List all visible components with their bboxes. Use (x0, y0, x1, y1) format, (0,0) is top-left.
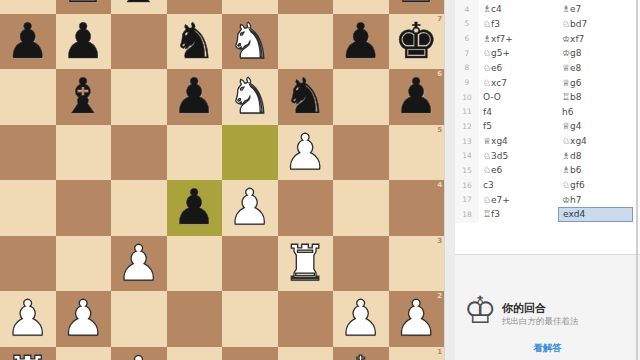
square-f8[interactable] (278, 0, 334, 14)
square-f7[interactable] (278, 14, 334, 70)
square-g1[interactable]: ♚ (333, 347, 389, 360)
black-rook-h8[interactable]: ♜ (389, 0, 445, 14)
square-b1[interactable] (56, 347, 112, 360)
square-c5[interactable] (111, 125, 167, 181)
square-g5[interactable] (333, 125, 389, 181)
square-g3[interactable] (333, 236, 389, 292)
white-knight-e6[interactable]: ♞ (222, 69, 278, 125)
square-g8[interactable] (333, 0, 389, 14)
move-row: 17♘e7+♔h7 (455, 192, 633, 207)
rank-label: 5 (437, 126, 442, 134)
square-h8[interactable]: 8♜ (389, 0, 445, 14)
square-e5[interactable] (222, 125, 278, 181)
square-c8[interactable]: ♝ (111, 0, 167, 14)
move-row: 15♘e6♗b6 (455, 163, 633, 178)
move-white[interactable]: ♘g5+ (479, 48, 558, 58)
move-white[interactable]: ♖f3 (479, 209, 558, 219)
move-row: 16c3♘gf6 (455, 178, 633, 193)
move-row: 18♖f3exd4 (455, 207, 633, 222)
move-row: 12f5♕g4 (455, 119, 633, 134)
square-d3[interactable] (167, 236, 223, 292)
white-king-icon: ♔ (460, 291, 500, 331)
square-d6[interactable]: ♟ (167, 69, 223, 125)
move-number: 15 (455, 166, 479, 175)
move-row: 7♘g5+♔g8 (455, 46, 633, 61)
white-pawn-a2[interactable]: ♟ (0, 291, 56, 347)
square-h4[interactable]: 4 (389, 180, 445, 236)
rank-label: 4 (437, 181, 442, 189)
move-black[interactable]: ♕e8 (558, 61, 633, 76)
turn-panel: ♔ 你的回合 找出白方的最佳着法 看解答 (455, 255, 640, 360)
black-knight-f6[interactable]: ♞ (278, 69, 334, 125)
square-h1[interactable]: 1 (389, 347, 445, 360)
move-number: 7 (455, 49, 479, 58)
move-number: 10 (455, 93, 479, 102)
move-number: 9 (455, 78, 479, 87)
square-g4[interactable] (333, 180, 389, 236)
square-e4[interactable]: ♟ (222, 180, 278, 236)
square-d5[interactable] (167, 125, 223, 181)
move-white[interactable]: O-O (479, 92, 558, 102)
move-black[interactable]: ♗e7 (558, 2, 633, 17)
square-h7[interactable]: 7♚ (389, 14, 445, 70)
board-clip: ♜♝8♜♟♟♞♞♟7♚♝♟♞♞6♟♟5♟♟4♟♜3♟♟♟2♟♜♝♚1 (0, 0, 444, 360)
square-h6[interactable]: 6♟ (389, 69, 445, 125)
square-b2[interactable]: ♟ (56, 291, 112, 347)
square-b3[interactable] (56, 236, 112, 292)
black-bishop-c8[interactable]: ♝ (111, 0, 167, 14)
black-bishop-b6[interactable]: ♝ (56, 69, 112, 125)
square-a7[interactable]: ♟ (0, 14, 56, 70)
white-rook-f3[interactable]: ♜ (278, 236, 334, 292)
move-white[interactable]: ♘e6 (479, 63, 558, 73)
move-white[interactable]: f5 (479, 121, 558, 131)
board-panel-gutter (444, 0, 455, 360)
white-pawn-g2[interactable]: ♟ (333, 291, 389, 347)
move-number: 14 (455, 151, 479, 160)
white-pawn-e4[interactable]: ♟ (222, 180, 278, 236)
move-number: 5 (455, 19, 479, 28)
black-pawn-b7[interactable]: ♟ (56, 14, 112, 70)
square-b5[interactable] (56, 125, 112, 181)
move-black[interactable]: ♕g6 (558, 75, 633, 90)
square-f2[interactable] (278, 291, 334, 347)
scrollbar-track[interactable] (636, 0, 638, 360)
square-d4[interactable]: ♟ (167, 180, 223, 236)
move-white[interactable]: ♘e6 (479, 165, 558, 175)
move-white[interactable]: ♘e7+ (479, 195, 558, 205)
square-f6[interactable]: ♞ (278, 69, 334, 125)
move-white[interactable]: ♗c4 (479, 4, 558, 14)
square-e8[interactable] (222, 0, 278, 14)
white-bishop-c1[interactable]: ♝ (111, 347, 167, 360)
square-f4[interactable] (278, 180, 334, 236)
move-white[interactable]: ♘xc7 (479, 78, 558, 88)
black-pawn-a7[interactable]: ♟ (0, 14, 56, 70)
square-d2[interactable] (167, 291, 223, 347)
square-a2[interactable]: ♟ (0, 291, 56, 347)
move-number: 12 (455, 122, 479, 131)
move-number: 18 (455, 210, 479, 219)
square-a1[interactable]: ♜ (0, 347, 56, 360)
turn-subtitle: 找出白方的最佳着法 (502, 316, 579, 328)
move-row: 8♘e6♕e8 (455, 61, 633, 76)
square-e7[interactable]: ♞ (222, 14, 278, 70)
move-white[interactable]: c3 (479, 180, 558, 190)
move-row: 5♘f3♘bd7 (455, 17, 633, 32)
black-knight-d7[interactable]: ♞ (167, 14, 223, 70)
move-row: 4♗c4♗e7 (455, 2, 633, 17)
white-pawn-h2[interactable]: ♟ (389, 291, 445, 347)
white-pawn-f5[interactable]: ♟ (278, 125, 334, 181)
rank-label: 1 (437, 348, 442, 356)
square-h5[interactable]: 5 (389, 125, 445, 181)
move-number: 17 (455, 195, 479, 204)
square-f3[interactable]: ♜ (278, 236, 334, 292)
move-black[interactable]: ♔xf7 (558, 31, 633, 46)
black-rook-b8[interactable]: ♜ (56, 0, 112, 14)
square-c7[interactable] (111, 14, 167, 70)
black-pawn-d4[interactable]: ♟ (167, 180, 223, 236)
square-e3[interactable] (222, 236, 278, 292)
square-c1[interactable]: ♝ (111, 347, 167, 360)
black-pawn-h6[interactable]: ♟ (389, 69, 445, 125)
move-list[interactable]: 4♗c4♗e75♘f3♘bd76♗xf7+♔xf77♘g5+♔g88♘e6♕e8… (455, 2, 633, 222)
square-h2[interactable]: 2♟ (389, 291, 445, 347)
square-g7[interactable]: ♟ (333, 14, 389, 70)
white-rook-a1[interactable]: ♜ (0, 347, 56, 360)
move-number: 4 (455, 5, 479, 14)
black-king-h7[interactable]: ♚ (389, 14, 445, 70)
square-b8[interactable]: ♜ (56, 0, 112, 14)
white-pawn-c3[interactable]: ♟ (111, 236, 167, 292)
move-black[interactable]: ♕g4 (558, 119, 633, 134)
move-row: 10O-O♖b8 (455, 90, 633, 105)
square-a4[interactable] (0, 180, 56, 236)
white-knight-e7[interactable]: ♞ (222, 14, 278, 70)
move-black[interactable]: ♖b8 (558, 90, 633, 105)
move-row: 13♕xg4♘xg4 (455, 134, 633, 149)
square-g2[interactable]: ♟ (333, 291, 389, 347)
move-white[interactable]: ♘f3 (479, 19, 558, 29)
square-c2[interactable] (111, 291, 167, 347)
move-black[interactable]: ♗b6 (558, 163, 633, 178)
square-b4[interactable] (56, 180, 112, 236)
square-d1[interactable] (167, 347, 223, 360)
square-e1[interactable] (222, 347, 278, 360)
move-row: 14♘3d5♗d8 (455, 148, 633, 163)
move-white[interactable]: f4 (479, 107, 558, 117)
square-c4[interactable] (111, 180, 167, 236)
square-d8[interactable] (167, 0, 223, 14)
square-c3[interactable]: ♟ (111, 236, 167, 292)
square-c6[interactable] (111, 69, 167, 125)
move-number: 16 (455, 181, 479, 190)
view-solution-link[interactable]: 看解答 (455, 342, 640, 355)
square-a5[interactable] (0, 125, 56, 181)
move-row: 6♗xf7+♔xf7 (455, 31, 633, 46)
square-f5[interactable]: ♟ (278, 125, 334, 181)
square-a3[interactable] (0, 236, 56, 292)
move-black[interactable]: ♔g8 (558, 46, 633, 61)
white-pawn-b2[interactable]: ♟ (56, 291, 112, 347)
move-black[interactable]: ♘gf6 (558, 178, 633, 193)
move-number: 13 (455, 137, 479, 146)
move-black[interactable]: ♔h7 (558, 192, 633, 207)
square-a8[interactable] (0, 0, 56, 14)
move-black[interactable]: ♘bd7 (558, 17, 633, 32)
square-f1[interactable] (278, 347, 334, 360)
square-h3[interactable]: 3 (389, 236, 445, 292)
white-king-g1[interactable]: ♚ (333, 347, 389, 360)
move-white[interactable]: ♘3d5 (479, 151, 558, 161)
black-pawn-d6[interactable]: ♟ (167, 69, 223, 125)
black-pawn-g7[interactable]: ♟ (333, 14, 389, 70)
square-g6[interactable] (333, 69, 389, 125)
move-black[interactable]: ♗d8 (558, 148, 633, 163)
move-black-active[interactable]: exd4 (558, 207, 633, 222)
square-e6[interactable]: ♞ (222, 69, 278, 125)
move-number: 11 (455, 107, 479, 116)
move-black[interactable]: h6 (558, 104, 633, 119)
square-a6[interactable] (0, 69, 56, 125)
square-b6[interactable]: ♝ (56, 69, 112, 125)
move-white[interactable]: ♕xg4 (479, 136, 558, 146)
puzzle-side-panel: 4♗c4♗e75♘f3♘bd76♗xf7+♔xf77♘g5+♔g88♘e6♕e8… (455, 0, 640, 360)
square-e2[interactable] (222, 291, 278, 347)
turn-title: 你的回合 (502, 301, 546, 316)
move-row: 9♘xc7♕g6 (455, 75, 633, 90)
move-row: 11f4h6 (455, 104, 633, 119)
move-white[interactable]: ♗xf7+ (479, 34, 558, 44)
square-b7[interactable]: ♟ (56, 14, 112, 70)
rank-label: 3 (437, 237, 442, 245)
move-number: 6 (455, 34, 479, 43)
square-d7[interactable]: ♞ (167, 14, 223, 70)
chess-board[interactable]: ♜♝8♜♟♟♞♞♟7♚♝♟♞♞6♟♟5♟♟4♟♜3♟♟♟2♟♜♝♚1 (0, 0, 444, 360)
move-black[interactable]: ♘xg4 (558, 134, 633, 149)
move-number: 8 (455, 63, 479, 72)
